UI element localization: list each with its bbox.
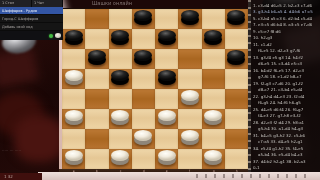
square-c8[interactable] (109, 9, 132, 29)
square-b1[interactable] (85, 149, 108, 169)
black-piece-h8[interactable] (227, 11, 245, 23)
window-title: Шашки онлайн (92, 0, 172, 6)
black-piece-a7[interactable] (65, 31, 83, 43)
square-g7[interactable] (202, 29, 225, 49)
square-d7[interactable] (132, 29, 155, 49)
square-f6[interactable] (178, 49, 201, 69)
bottom-left-bar-text: 1 32 (4, 174, 320, 179)
square-a2[interactable] (62, 129, 85, 149)
square-e3[interactable] (155, 109, 178, 129)
square-d3[interactable] (132, 109, 155, 129)
black-piece-h6[interactable] (227, 51, 245, 63)
square-h6[interactable] (225, 49, 248, 69)
piece-icon[interactable] (55, 33, 61, 38)
square-h8[interactable] (225, 9, 248, 29)
square-f2[interactable] (178, 129, 201, 149)
square-d2[interactable] (132, 129, 155, 149)
white-piece-a3[interactable] (65, 111, 83, 123)
square-b2[interactable] (85, 129, 108, 149)
square-d1[interactable] (132, 149, 155, 169)
square-b5[interactable] (85, 69, 108, 89)
square-g8[interactable] (202, 9, 225, 29)
black-piece-d8[interactable] (134, 11, 152, 23)
move-list[interactable]: 1. c3-d4 d6-c5 2. b2-c3 c7-d63. g3-h4 b6… (253, 2, 319, 171)
white-piece-f4[interactable] (181, 91, 199, 103)
square-c2[interactable] (109, 129, 132, 149)
square-a7[interactable] (62, 29, 85, 49)
white-piece-g3[interactable] (204, 111, 222, 123)
white-piece-f2[interactable] (181, 131, 199, 143)
move-line-26[interactable]: 0-1 (253, 165, 319, 172)
square-c3[interactable] (109, 109, 132, 129)
lobby-tabs: 1 Стол 1 Чат (0, 0, 63, 7)
black-piece-e5[interactable] (158, 71, 176, 83)
white-piece-g1[interactable] (204, 151, 222, 163)
square-f5[interactable] (178, 69, 201, 89)
square-c5[interactable] (109, 69, 132, 89)
square-b6[interactable] (85, 49, 108, 69)
lobby-row-1[interactable]: Шефферов - Рудин (0, 7, 63, 15)
square-e5[interactable] (155, 69, 178, 89)
square-h2[interactable] (225, 129, 248, 149)
square-h4[interactable] (225, 89, 248, 109)
background-blur-tile (14, 116, 64, 162)
black-piece-d6[interactable] (134, 51, 152, 63)
white-piece-a1[interactable] (65, 151, 83, 163)
square-g5[interactable] (202, 69, 225, 89)
square-f1[interactable] (178, 149, 201, 169)
square-f4[interactable] (178, 89, 201, 109)
square-e1[interactable] (155, 149, 178, 169)
lobby-tab-chat[interactable]: 1 Чат (32, 0, 64, 7)
app-screen: Шашки онлайн 1. c3-d4 d6-c5 2. b2-c3 c7-… (0, 0, 320, 180)
square-a3[interactable] (62, 109, 85, 129)
square-g3[interactable] (202, 109, 225, 129)
square-a5[interactable] (62, 69, 85, 89)
square-e6[interactable] (155, 49, 178, 69)
black-piece-c5[interactable] (111, 71, 129, 83)
square-a1[interactable] (62, 149, 85, 169)
square-e7[interactable] (155, 29, 178, 49)
square-d4[interactable] (132, 89, 155, 109)
square-c6[interactable] (109, 49, 132, 69)
move-panel-scrollbar[interactable] (248, 0, 251, 172)
lobby-status-row (0, 31, 63, 40)
lobby-row-3[interactable]: Добавь свой ход (0, 23, 63, 31)
square-b4[interactable] (85, 89, 108, 109)
square-c4[interactable] (109, 89, 132, 109)
black-piece-c7[interactable] (111, 31, 129, 43)
square-h5[interactable] (225, 69, 248, 89)
square-d5[interactable] (132, 69, 155, 89)
white-piece-e1[interactable] (158, 151, 176, 163)
lobby-menu: 1 Стол 1 Чат Шефферов - РудинГород-С Шеф… (0, 0, 63, 40)
black-piece-e7[interactable] (158, 31, 176, 43)
checkers-board[interactable] (62, 8, 248, 169)
square-a4[interactable] (62, 89, 85, 109)
square-b3[interactable] (85, 109, 108, 129)
online-status-dot (49, 34, 53, 38)
square-c7[interactable] (109, 29, 132, 49)
lobby-tab-table[interactable]: 1 Стол (0, 0, 32, 7)
lobby-row-list: Шефферов - РудинГород-С ШефферовДобавь с… (0, 7, 63, 31)
square-b8[interactable] (85, 9, 108, 29)
square-e2[interactable] (155, 129, 178, 149)
white-piece-c1[interactable] (111, 151, 129, 163)
faint-status-text: ····· ··· ····· (2, 148, 62, 153)
black-piece-b6[interactable] (88, 51, 106, 63)
square-g1[interactable] (202, 149, 225, 169)
square-b7[interactable] (85, 29, 108, 49)
white-piece-d2[interactable] (134, 131, 152, 143)
square-g4[interactable] (202, 89, 225, 109)
black-piece-g7[interactable] (204, 31, 222, 43)
square-h1[interactable] (225, 149, 248, 169)
white-piece-c3[interactable] (111, 111, 129, 123)
black-piece-f8[interactable] (181, 11, 199, 23)
square-h7[interactable] (225, 29, 248, 49)
square-d6[interactable] (132, 49, 155, 69)
white-piece-a5[interactable] (65, 71, 83, 83)
square-f7[interactable] (178, 29, 201, 49)
square-f3[interactable] (178, 109, 201, 129)
square-h3[interactable] (225, 109, 248, 129)
lobby-row-2[interactable]: Город-С Шефферов (0, 15, 63, 23)
square-a6[interactable] (62, 49, 85, 69)
square-e8[interactable] (155, 9, 178, 29)
square-e4[interactable] (155, 89, 178, 109)
square-c1[interactable] (109, 149, 132, 169)
square-g2[interactable] (202, 129, 225, 149)
square-a8[interactable] (62, 9, 85, 29)
square-g6[interactable] (202, 49, 225, 69)
square-f8[interactable] (178, 9, 201, 29)
white-piece-e3[interactable] (158, 111, 176, 123)
square-d8[interactable] (132, 9, 155, 29)
